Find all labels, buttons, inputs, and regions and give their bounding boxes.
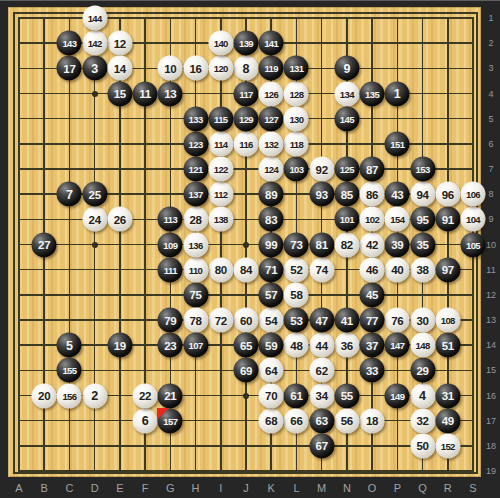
stone-white-126: 126 xyxy=(259,81,284,106)
stone-white-154: 154 xyxy=(385,207,410,232)
stone-white-56: 56 xyxy=(334,408,359,433)
stone-white-110: 110 xyxy=(183,257,208,282)
stone-black-89: 89 xyxy=(259,182,284,207)
row-label-3: 3 xyxy=(488,63,493,73)
grid-line-horizontal xyxy=(18,445,474,447)
stone-black-93: 93 xyxy=(309,182,334,207)
stone-black-35: 35 xyxy=(410,232,435,257)
stone-black-149: 149 xyxy=(385,383,410,408)
row-label-2: 2 xyxy=(488,38,493,48)
stone-black-119: 119 xyxy=(259,56,284,81)
stone-white-102: 102 xyxy=(360,207,385,232)
stone-white-86: 86 xyxy=(360,182,385,207)
stone-white-64: 64 xyxy=(259,358,284,383)
stone-black-107: 107 xyxy=(183,333,208,358)
stone-black-67: 67 xyxy=(309,433,334,458)
grid-line-horizontal xyxy=(18,470,474,472)
column-label-f: F xyxy=(142,482,149,494)
stone-black-49: 49 xyxy=(435,408,460,433)
stone-white-54: 54 xyxy=(259,308,284,333)
stone-black-21: 21 xyxy=(158,383,183,408)
stone-black-63: 63 xyxy=(309,408,334,433)
row-label-1: 1 xyxy=(488,13,493,23)
stone-black-15: 15 xyxy=(107,81,132,106)
row-label-8: 8 xyxy=(488,189,493,199)
stone-white-80: 80 xyxy=(208,257,233,282)
row-label-9: 9 xyxy=(488,214,493,224)
column-label-l: L xyxy=(293,482,299,494)
stone-black-19: 19 xyxy=(107,333,132,358)
row-label-15: 15 xyxy=(486,365,496,375)
stone-white-128: 128 xyxy=(284,81,309,106)
stone-black-99: 99 xyxy=(259,232,284,257)
stone-white-32: 32 xyxy=(410,408,435,433)
stone-black-77: 77 xyxy=(360,308,385,333)
star-point xyxy=(243,393,249,399)
stone-white-96: 96 xyxy=(435,182,460,207)
stone-black-7: 7 xyxy=(57,182,82,207)
stone-black-45: 45 xyxy=(360,282,385,307)
stone-black-105: 105 xyxy=(461,232,486,257)
row-label-12: 12 xyxy=(486,290,496,300)
stone-white-42: 42 xyxy=(360,232,385,257)
stone-black-81: 81 xyxy=(309,232,334,257)
stone-black-131: 131 xyxy=(284,56,309,81)
stone-black-43: 43 xyxy=(385,182,410,207)
stone-white-118: 118 xyxy=(284,131,309,156)
column-label-m: M xyxy=(317,482,326,494)
stone-black-151: 151 xyxy=(385,131,410,156)
stone-white-44: 44 xyxy=(309,333,334,358)
stone-black-5: 5 xyxy=(57,333,82,358)
stone-black-31: 31 xyxy=(435,383,460,408)
row-label-17: 17 xyxy=(486,416,496,426)
column-label-i: I xyxy=(219,482,222,494)
stone-white-122: 122 xyxy=(208,157,233,182)
stone-white-140: 140 xyxy=(208,31,233,56)
stone-black-155: 155 xyxy=(57,358,82,383)
stone-black-117: 117 xyxy=(234,81,259,106)
stone-white-156: 156 xyxy=(57,383,82,408)
stone-white-30: 30 xyxy=(410,308,435,333)
stone-black-25: 25 xyxy=(82,182,107,207)
stone-black-141: 141 xyxy=(259,31,284,56)
stone-white-134: 134 xyxy=(334,81,359,106)
stone-white-22: 22 xyxy=(133,383,158,408)
stone-black-121: 121 xyxy=(183,157,208,182)
stone-white-130: 130 xyxy=(284,106,309,131)
stone-white-104: 104 xyxy=(461,207,486,232)
stone-white-36: 36 xyxy=(334,333,359,358)
stone-black-59: 59 xyxy=(259,333,284,358)
stone-white-18: 18 xyxy=(360,408,385,433)
column-label-q: Q xyxy=(418,482,427,494)
row-label-11: 11 xyxy=(486,265,495,275)
row-label-18: 18 xyxy=(486,441,496,451)
column-label-k: K xyxy=(268,482,275,494)
stone-black-113: 113 xyxy=(158,207,183,232)
stone-black-71: 71 xyxy=(259,257,284,282)
stone-white-10: 10 xyxy=(158,56,183,81)
column-label-s: S xyxy=(469,482,476,494)
stone-black-143: 143 xyxy=(57,31,82,56)
stone-black-55: 55 xyxy=(334,383,359,408)
stone-white-136: 136 xyxy=(183,232,208,257)
stone-white-124: 124 xyxy=(259,157,284,182)
stone-white-148: 148 xyxy=(410,333,435,358)
stone-white-48: 48 xyxy=(284,333,309,358)
stone-white-28: 28 xyxy=(183,207,208,232)
stone-white-74: 74 xyxy=(309,257,334,282)
stone-white-46: 46 xyxy=(360,257,385,282)
stone-white-116: 116 xyxy=(234,131,259,156)
stone-black-127: 127 xyxy=(259,106,284,131)
stone-white-58: 58 xyxy=(284,282,309,307)
stone-black-133: 133 xyxy=(183,106,208,131)
stone-black-3: 3 xyxy=(82,56,107,81)
grid-line-horizontal xyxy=(18,420,474,422)
stone-white-6: 6 xyxy=(133,408,158,433)
stone-white-20: 20 xyxy=(32,383,57,408)
stone-white-132: 132 xyxy=(259,131,284,156)
stone-white-72: 72 xyxy=(208,308,233,333)
stone-black-129: 129 xyxy=(234,106,259,131)
stone-black-101: 101 xyxy=(334,207,359,232)
row-label-7: 7 xyxy=(488,164,493,174)
stone-black-27: 27 xyxy=(32,232,57,257)
column-label-o: O xyxy=(368,482,377,494)
stone-white-138: 138 xyxy=(208,207,233,232)
stone-white-84: 84 xyxy=(234,257,259,282)
stone-black-83: 83 xyxy=(259,207,284,232)
last-move-marker xyxy=(157,408,169,420)
row-label-10: 10 xyxy=(486,240,496,250)
stone-white-112: 112 xyxy=(208,182,233,207)
stone-black-147: 147 xyxy=(385,333,410,358)
stone-black-75: 75 xyxy=(183,282,208,307)
stone-white-94: 94 xyxy=(410,182,435,207)
stone-white-108: 108 xyxy=(435,308,460,333)
stone-white-106: 106 xyxy=(461,182,486,207)
stone-black-137: 137 xyxy=(183,182,208,207)
column-label-j: J xyxy=(243,482,249,494)
stone-black-33: 33 xyxy=(360,358,385,383)
stone-black-125: 125 xyxy=(334,157,359,182)
column-label-d: D xyxy=(91,482,99,494)
stone-white-70: 70 xyxy=(259,383,284,408)
grid-line-horizontal xyxy=(18,294,474,296)
column-label-g: G xyxy=(166,482,175,494)
star-point xyxy=(92,91,98,97)
stone-white-4: 4 xyxy=(410,383,435,408)
stone-white-8: 8 xyxy=(234,56,259,81)
column-label-n: N xyxy=(343,482,351,494)
row-label-13: 13 xyxy=(486,315,496,325)
stone-black-153: 153 xyxy=(410,157,435,182)
column-label-h: H xyxy=(192,482,200,494)
stone-black-13: 13 xyxy=(158,81,183,106)
stone-white-66: 66 xyxy=(284,408,309,433)
stone-white-142: 142 xyxy=(82,31,107,56)
stone-black-29: 29 xyxy=(410,358,435,383)
stone-black-95: 95 xyxy=(410,207,435,232)
stone-black-135: 135 xyxy=(360,81,385,106)
stone-white-52: 52 xyxy=(284,257,309,282)
stone-black-123: 123 xyxy=(183,131,208,156)
stone-white-60: 60 xyxy=(234,308,259,333)
stone-white-152: 152 xyxy=(435,433,460,458)
row-label-16: 16 xyxy=(486,391,496,401)
stone-black-111: 111 xyxy=(158,257,183,282)
stone-white-82: 82 xyxy=(334,232,359,257)
column-label-b: B xyxy=(41,482,48,494)
stone-white-34: 34 xyxy=(309,383,334,408)
stone-black-69: 69 xyxy=(234,358,259,383)
stone-black-47: 47 xyxy=(309,308,334,333)
stone-black-139: 139 xyxy=(234,31,259,56)
stone-black-41: 41 xyxy=(334,308,359,333)
stone-black-97: 97 xyxy=(435,257,460,282)
column-label-c: C xyxy=(65,482,73,494)
stone-black-145: 145 xyxy=(334,106,359,131)
stone-white-2: 2 xyxy=(82,383,107,408)
stone-black-37: 37 xyxy=(360,333,385,358)
stone-white-78: 78 xyxy=(183,308,208,333)
stone-black-79: 79 xyxy=(158,308,183,333)
column-label-a: A xyxy=(15,482,22,494)
stone-black-9: 9 xyxy=(334,56,359,81)
row-label-5: 5 xyxy=(488,114,493,124)
stone-black-91: 91 xyxy=(435,207,460,232)
column-label-r: R xyxy=(444,482,452,494)
row-label-6: 6 xyxy=(488,139,493,149)
stone-black-1: 1 xyxy=(385,81,410,106)
stone-black-17: 17 xyxy=(57,56,82,81)
stone-black-109: 109 xyxy=(158,232,183,257)
stone-white-16: 16 xyxy=(183,56,208,81)
row-label-19: 19 xyxy=(486,466,496,476)
stone-black-23: 23 xyxy=(158,333,183,358)
stone-white-40: 40 xyxy=(385,257,410,282)
stone-black-57: 57 xyxy=(259,282,284,307)
stone-black-65: 65 xyxy=(234,333,259,358)
stone-white-120: 120 xyxy=(208,56,233,81)
column-label-e: E xyxy=(116,482,123,494)
stone-black-103: 103 xyxy=(284,157,309,182)
column-label-p: P xyxy=(394,482,401,494)
stone-white-38: 38 xyxy=(410,257,435,282)
stone-black-39: 39 xyxy=(385,232,410,257)
stone-white-62: 62 xyxy=(309,358,334,383)
stone-white-68: 68 xyxy=(259,408,284,433)
stone-black-87: 87 xyxy=(360,157,385,182)
star-point xyxy=(92,242,98,248)
stone-white-76: 76 xyxy=(385,308,410,333)
stone-black-61: 61 xyxy=(284,383,309,408)
star-point xyxy=(243,242,249,248)
stone-white-50: 50 xyxy=(410,433,435,458)
stone-black-51: 51 xyxy=(435,333,460,358)
stone-black-73: 73 xyxy=(284,232,309,257)
stone-white-92: 92 xyxy=(309,157,334,182)
stone-black-115: 115 xyxy=(208,106,233,131)
stone-white-12: 12 xyxy=(107,31,132,56)
stone-black-85: 85 xyxy=(334,182,359,207)
row-label-14: 14 xyxy=(486,340,496,350)
goban-window: ABCDEFGHIJKLMNOPQRS123456789101112131415… xyxy=(0,0,500,498)
stone-white-114: 114 xyxy=(208,131,233,156)
stone-black-53: 53 xyxy=(284,308,309,333)
stone-white-14: 14 xyxy=(107,56,132,81)
stone-white-26: 26 xyxy=(107,207,132,232)
stone-black-11: 11 xyxy=(133,81,158,106)
stone-white-144: 144 xyxy=(82,6,107,31)
row-label-4: 4 xyxy=(488,89,493,99)
stone-white-24: 24 xyxy=(82,207,107,232)
